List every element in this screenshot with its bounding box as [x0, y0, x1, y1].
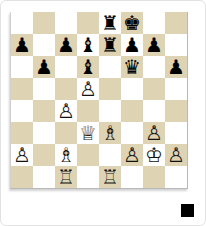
square-g3[interactable]: ♙: [143, 122, 165, 144]
piece-black-bishop[interactable]: ♝: [77, 56, 99, 78]
piece-white-pawn[interactable]: ♙: [143, 122, 165, 144]
square-f2[interactable]: ♙: [121, 144, 143, 166]
square-e3[interactable]: ♗: [99, 122, 121, 144]
square-e5[interactable]: [99, 78, 121, 100]
piece-black-rook[interactable]: ♜: [99, 34, 121, 56]
square-b8[interactable]: [33, 12, 55, 34]
piece-white-bishop[interactable]: ♗: [55, 144, 77, 166]
piece-black-king[interactable]: ♚: [121, 12, 143, 34]
piece-white-pawn[interactable]: ♙: [165, 144, 187, 166]
square-h7[interactable]: [165, 34, 187, 56]
square-f7[interactable]: ♟: [121, 34, 143, 56]
square-f4[interactable]: [121, 100, 143, 122]
square-b3[interactable]: [33, 122, 55, 144]
square-c5[interactable]: [55, 78, 77, 100]
piece-black-rook[interactable]: ♜: [99, 12, 121, 34]
square-c1[interactable]: ♖: [55, 166, 77, 188]
square-c3[interactable]: [55, 122, 77, 144]
square-c6[interactable]: [55, 56, 77, 78]
square-g4[interactable]: [143, 100, 165, 122]
square-d5[interactable]: ♙: [77, 78, 99, 100]
square-d4[interactable]: [77, 100, 99, 122]
square-h3[interactable]: [165, 122, 187, 144]
square-d1[interactable]: [77, 166, 99, 188]
square-b5[interactable]: [33, 78, 55, 100]
square-f3[interactable]: [121, 122, 143, 144]
piece-white-rook[interactable]: ♖: [99, 166, 121, 188]
square-b2[interactable]: [33, 144, 55, 166]
piece-white-pawn[interactable]: ♙: [77, 78, 99, 100]
square-f8[interactable]: ♚: [121, 12, 143, 34]
piece-white-pawn[interactable]: ♙: [55, 100, 77, 122]
square-g6[interactable]: [143, 56, 165, 78]
square-f1[interactable]: [121, 166, 143, 188]
square-h5[interactable]: [165, 78, 187, 100]
square-e7[interactable]: ♜: [99, 34, 121, 56]
square-c4[interactable]: ♙: [55, 100, 77, 122]
piece-black-bishop[interactable]: ♝: [77, 34, 99, 56]
square-h4[interactable]: [165, 100, 187, 122]
square-a1[interactable]: [11, 166, 33, 188]
square-e1[interactable]: ♖: [99, 166, 121, 188]
piece-white-pawn[interactable]: ♙: [11, 144, 33, 166]
piece-white-bishop[interactable]: ♗: [99, 122, 121, 144]
square-e4[interactable]: [99, 100, 121, 122]
piece-black-pawn[interactable]: ♟: [165, 56, 187, 78]
piece-black-pawn[interactable]: ♟: [55, 34, 77, 56]
square-c2[interactable]: ♗: [55, 144, 77, 166]
square-e6[interactable]: [99, 56, 121, 78]
piece-black-pawn[interactable]: ♟: [121, 34, 143, 56]
square-b1[interactable]: [33, 166, 55, 188]
square-c8[interactable]: [55, 12, 77, 34]
square-e8[interactable]: ♜: [99, 12, 121, 34]
piece-black-pawn[interactable]: ♟: [143, 34, 165, 56]
square-d8[interactable]: [77, 12, 99, 34]
square-b4[interactable]: [33, 100, 55, 122]
black-to-move-indicator: [181, 204, 194, 217]
piece-white-queen[interactable]: ♕: [77, 122, 99, 144]
square-h8[interactable]: [165, 12, 187, 34]
piece-white-rook[interactable]: ♖: [55, 166, 77, 188]
square-a6[interactable]: [11, 56, 33, 78]
square-g5[interactable]: [143, 78, 165, 100]
piece-white-pawn[interactable]: ♙: [121, 144, 143, 166]
piece-black-queen[interactable]: ♛: [121, 56, 143, 78]
square-d2[interactable]: [77, 144, 99, 166]
square-d6[interactable]: ♝: [77, 56, 99, 78]
square-a7[interactable]: ♟: [11, 34, 33, 56]
square-h2[interactable]: ♙: [165, 144, 187, 166]
diagram-frame: ♜♚♟♟♝♜♟♟♟♝♛♟♙♙♕♗♙♙♗♙♔♙♖♖: [0, 0, 206, 226]
square-a5[interactable]: [11, 78, 33, 100]
square-d7[interactable]: ♝: [77, 34, 99, 56]
square-h1[interactable]: [165, 166, 187, 188]
square-a3[interactable]: [11, 122, 33, 144]
square-g8[interactable]: [143, 12, 165, 34]
square-c7[interactable]: ♟: [55, 34, 77, 56]
piece-white-king[interactable]: ♔: [143, 144, 165, 166]
square-a4[interactable]: [11, 100, 33, 122]
square-g7[interactable]: ♟: [143, 34, 165, 56]
square-g1[interactable]: [143, 166, 165, 188]
piece-black-pawn[interactable]: ♟: [11, 34, 33, 56]
square-h6[interactable]: ♟: [165, 56, 187, 78]
square-a8[interactable]: [11, 12, 33, 34]
square-d3[interactable]: ♕: [77, 122, 99, 144]
square-b6[interactable]: ♟: [33, 56, 55, 78]
square-g2[interactable]: ♔: [143, 144, 165, 166]
square-a2[interactable]: ♙: [11, 144, 33, 166]
square-b7[interactable]: [33, 34, 55, 56]
chess-board: ♜♚♟♟♝♜♟♟♟♝♛♟♙♙♕♗♙♙♗♙♔♙♖♖: [10, 12, 188, 189]
square-f5[interactable]: [121, 78, 143, 100]
piece-black-pawn[interactable]: ♟: [33, 56, 55, 78]
square-f6[interactable]: ♛: [121, 56, 143, 78]
square-e2[interactable]: [99, 144, 121, 166]
